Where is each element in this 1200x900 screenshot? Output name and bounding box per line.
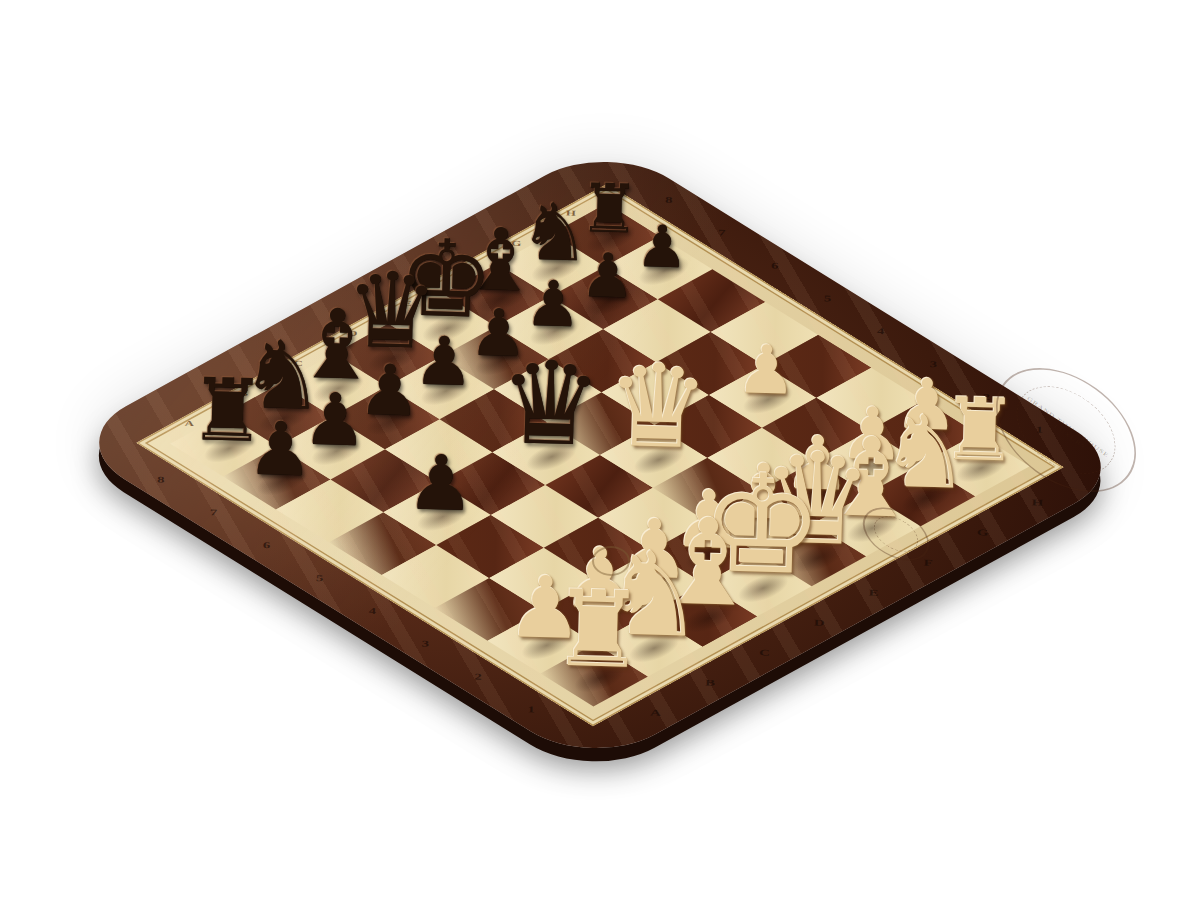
rank-label-right-8: 8 xyxy=(665,195,673,205)
file-label-near-B: B xyxy=(705,678,715,688)
white-pawn-glyph: ♟ xyxy=(735,336,797,405)
board-grid: ♜♞♝♛♚♝♞♜♟♟♟♟♟♟♟♟♟♛♛♟♟♟♟♟♟♟♟♟♜♞♝♚♛♝♞♜ xyxy=(170,204,1030,707)
rank-label-right-6: 6 xyxy=(771,261,779,271)
rank-label-left-6: 6 xyxy=(263,541,271,551)
rank-label-left-1: 1 xyxy=(527,705,535,715)
file-label-near-D: D xyxy=(814,618,825,628)
rank-label-left-7: 7 xyxy=(210,508,218,518)
white-rook-glyph: ♜ xyxy=(550,576,647,683)
product-photo-scene: ♜♞♝♛♚♝♞♜♟♟♟♟♟♟♟♟♟♛♛♟♟♟♟♟♟♟♟♟♜♞♝♚♛♝♞♜ 876… xyxy=(0,0,1200,900)
rank-label-right-5: 5 xyxy=(824,294,832,304)
file-label-near-G: G xyxy=(977,528,989,538)
black-pawn-glyph: ♟ xyxy=(246,411,314,487)
rank-label-left-4: 4 xyxy=(369,606,377,616)
file-label-near-E: E xyxy=(869,588,879,598)
file-label-near-H: H xyxy=(1031,498,1043,508)
black-pawn-glyph: ♟ xyxy=(635,217,689,276)
rank-label-left-8: 8 xyxy=(157,475,165,485)
file-label-near-C: C xyxy=(759,648,770,658)
white-queen-glyph: ♛ xyxy=(605,348,711,466)
rank-label-left-2: 2 xyxy=(474,672,482,682)
rank-label-left-5: 5 xyxy=(316,573,324,583)
rank-label-left-3: 3 xyxy=(421,639,429,649)
black-pawn-glyph: ♟ xyxy=(579,244,635,306)
rank-label-right-4: 4 xyxy=(877,327,885,337)
black-pawn-glyph: ♟ xyxy=(524,272,582,336)
black-queen-glyph: ♛ xyxy=(497,345,603,463)
rank-label-right-1: 1 xyxy=(1035,425,1043,435)
black-pawn-glyph: ♟ xyxy=(413,328,475,397)
file-label-near-A: A xyxy=(650,708,661,718)
rank-label-right-7: 7 xyxy=(718,228,726,238)
chess-board-frame: ♜♞♝♛♚♝♞♜♟♟♟♟♟♟♟♟♟♛♛♟♟♟♟♟♟♟♟♟♜♞♝♚♛♝♞♜ 876… xyxy=(63,141,1137,770)
black-pawn-glyph: ♟ xyxy=(406,444,476,522)
file-label-near-F: F xyxy=(923,558,932,568)
